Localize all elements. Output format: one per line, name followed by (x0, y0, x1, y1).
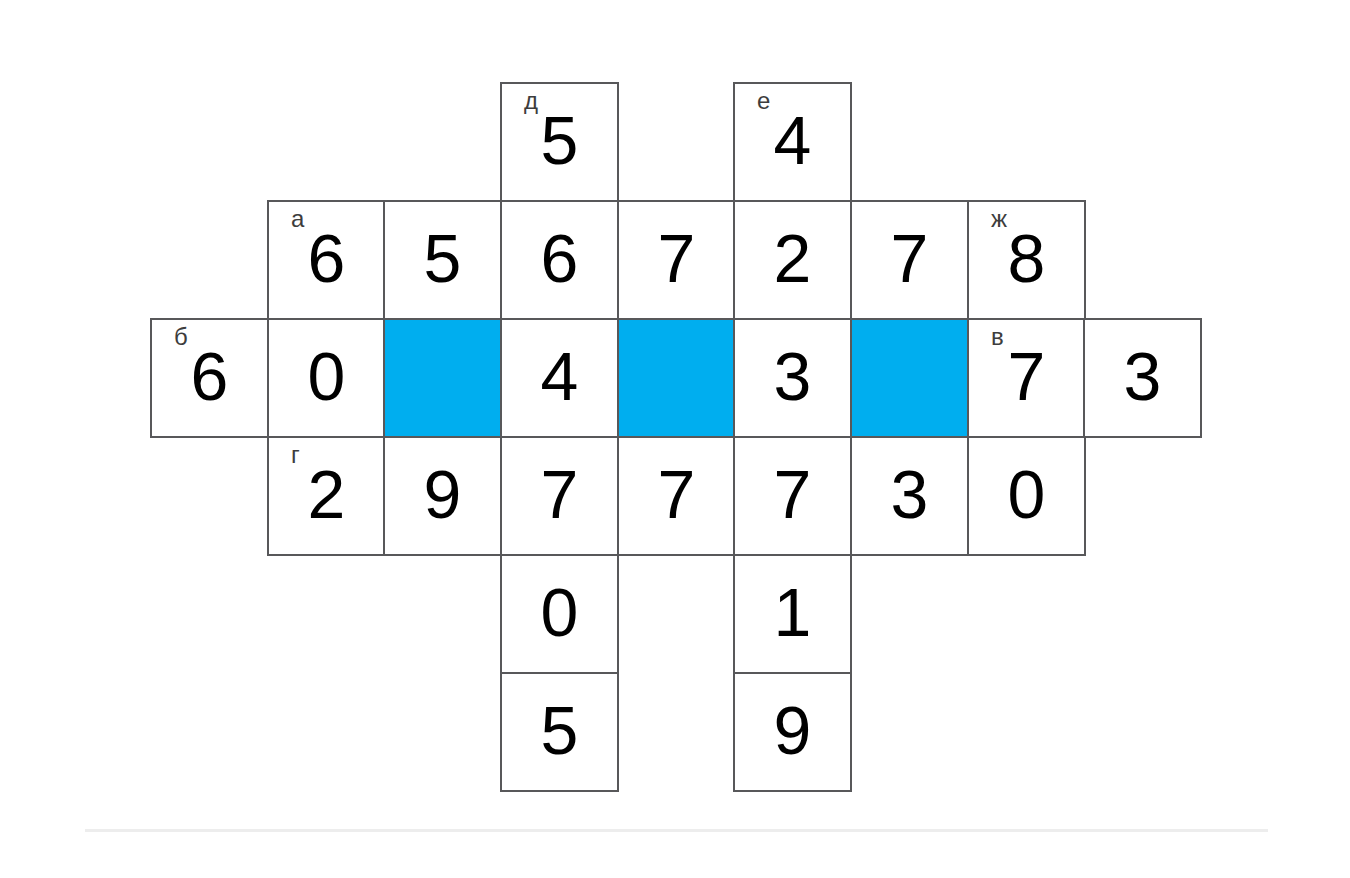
grid-cell[interactable]: 1 (733, 554, 852, 674)
grid-cell-highlighted[interactable] (850, 318, 969, 438)
cell-value: 9 (424, 460, 462, 528)
grid-cell[interactable]: 0 (267, 318, 386, 438)
grid-cell-highlighted[interactable] (617, 318, 736, 438)
grid-cell[interactable]: б6 (150, 318, 269, 438)
clue-label: а (291, 207, 304, 231)
bottom-divider (85, 829, 1268, 832)
cell-value: 8 (1008, 224, 1046, 292)
cell-value: 3 (1124, 342, 1162, 410)
cell-value: 9 (774, 696, 812, 764)
cell-value: 4 (541, 342, 579, 410)
grid-cell[interactable]: 4 (500, 318, 619, 438)
cell-value: 4 (774, 106, 812, 174)
cell-value: 2 (774, 224, 812, 292)
cell-value: 3 (891, 460, 929, 528)
grid-cell[interactable]: е4 (733, 82, 852, 202)
grid-cell[interactable]: в7 (967, 318, 1086, 438)
cell-value: 5 (424, 224, 462, 292)
grid-cell[interactable]: 7 (617, 200, 736, 320)
grid-cell[interactable]: 0 (500, 554, 619, 674)
cell-value: 7 (891, 224, 929, 292)
clue-label: в (991, 325, 1004, 349)
grid-cell-highlighted[interactable] (383, 318, 502, 438)
grid-cell[interactable]: 7 (500, 436, 619, 556)
grid-cell[interactable]: 9 (383, 436, 502, 556)
grid-cell[interactable]: 5 (500, 672, 619, 792)
cell-value: 1 (774, 578, 812, 646)
clue-label: ж (991, 207, 1007, 231)
grid-cell[interactable]: ж8 (967, 200, 1086, 320)
grid-cell[interactable]: 7 (617, 436, 736, 556)
cell-value: 5 (541, 696, 579, 764)
crossnumber-board: д5е4а656727ж8б6043в73г29777300159 (150, 82, 1202, 792)
puzzle-page: д5е4а656727ж8б6043в73г29777300159 (0, 0, 1350, 878)
cell-value: 7 (1008, 342, 1046, 410)
clue-label: е (757, 89, 770, 113)
cell-value: 5 (541, 106, 579, 174)
grid-cell[interactable]: 7 (733, 436, 852, 556)
grid-cell[interactable]: 3 (1083, 318, 1202, 438)
grid-cell[interactable]: 3 (733, 318, 852, 438)
cell-value: 6 (308, 224, 346, 292)
grid-cell[interactable]: 6 (500, 200, 619, 320)
grid-cell[interactable]: г2 (267, 436, 386, 556)
cell-value: 0 (1008, 460, 1046, 528)
grid-cell[interactable]: 3 (850, 436, 969, 556)
cell-value: 2 (308, 460, 346, 528)
cell-value: 7 (541, 460, 579, 528)
clue-label: д (524, 89, 538, 113)
cell-value: 7 (774, 460, 812, 528)
cell-value: 0 (541, 578, 579, 646)
grid-cell[interactable]: 9 (733, 672, 852, 792)
cell-value: 3 (774, 342, 812, 410)
cell-value: 0 (308, 342, 346, 410)
clue-label: г (291, 443, 300, 467)
clue-label: б (174, 325, 188, 349)
grid-cell[interactable]: д5 (500, 82, 619, 202)
cell-value: 7 (658, 460, 696, 528)
grid-cell[interactable]: 0 (967, 436, 1086, 556)
cell-value: 7 (658, 224, 696, 292)
cell-value: 6 (191, 342, 229, 410)
cell-value: 6 (541, 224, 579, 292)
grid-cell[interactable]: а6 (267, 200, 386, 320)
grid-cell[interactable]: 2 (733, 200, 852, 320)
grid-cell[interactable]: 5 (383, 200, 502, 320)
grid-cell[interactable]: 7 (850, 200, 969, 320)
